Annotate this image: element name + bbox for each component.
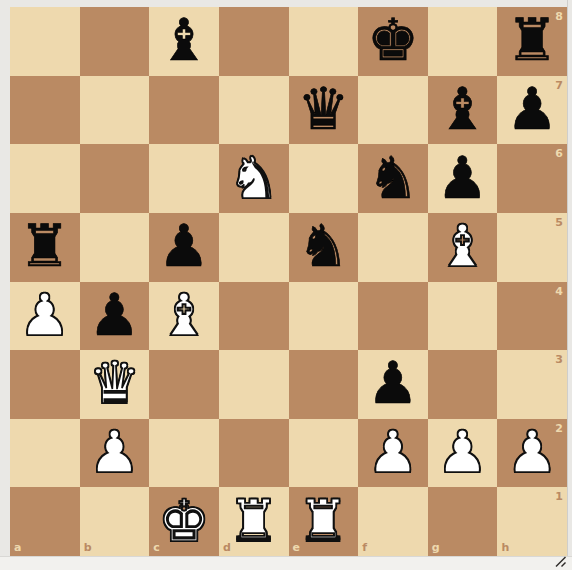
square-g7[interactable]: ♝ [428, 76, 498, 145]
square-g8[interactable] [428, 7, 498, 76]
file-label-g: g [432, 542, 440, 553]
square-a6[interactable] [10, 144, 80, 213]
square-f3[interactable]: ♟ [358, 350, 428, 419]
resize-handle[interactable] [553, 554, 567, 568]
window-margin-right [567, 0, 572, 556]
piece-white-pawn[interactable]: ♟ [437, 423, 489, 481]
square-f2[interactable]: ♟ [358, 419, 428, 488]
piece-black-pawn[interactable]: ♟ [506, 80, 558, 138]
square-d3[interactable] [219, 350, 289, 419]
square-h6[interactable]: 6 [497, 144, 567, 213]
square-g5[interactable]: ♝ [428, 213, 498, 282]
rank-label-2: 2 [555, 423, 563, 434]
square-c4[interactable]: ♝ [149, 282, 219, 351]
square-b8[interactable] [80, 7, 150, 76]
square-f4[interactable] [358, 282, 428, 351]
square-c7[interactable] [149, 76, 219, 145]
file-label-f: f [362, 542, 367, 553]
piece-white-bishop[interactable]: ♝ [158, 286, 210, 344]
piece-white-rook[interactable]: ♜ [297, 492, 349, 550]
square-a7[interactable] [10, 76, 80, 145]
rank-label-3: 3 [555, 354, 563, 365]
piece-black-knight[interactable]: ♞ [367, 149, 419, 207]
square-d7[interactable] [219, 76, 289, 145]
file-label-c: c [153, 542, 160, 553]
piece-black-pawn[interactable]: ♟ [158, 217, 210, 275]
piece-white-rook[interactable]: ♜ [228, 492, 280, 550]
piece-black-bishop[interactable]: ♝ [158, 11, 210, 69]
square-e3[interactable] [289, 350, 359, 419]
square-b1[interactable]: b [80, 487, 150, 556]
square-a5[interactable]: ♜ [10, 213, 80, 282]
square-a8[interactable] [10, 7, 80, 76]
square-b4[interactable]: ♟ [80, 282, 150, 351]
square-h1[interactable]: 1h [497, 487, 567, 556]
piece-black-pawn[interactable]: ♟ [88, 286, 140, 344]
square-h2[interactable]: ♟2 [497, 419, 567, 488]
file-label-b: b [84, 542, 92, 553]
square-h7[interactable]: ♟7 [497, 76, 567, 145]
square-d2[interactable] [219, 419, 289, 488]
square-f1[interactable]: f [358, 487, 428, 556]
square-d6[interactable]: ♞ [219, 144, 289, 213]
piece-white-pawn[interactable]: ♟ [19, 286, 71, 344]
piece-black-pawn[interactable]: ♟ [367, 354, 419, 412]
square-e2[interactable] [289, 419, 359, 488]
square-c8[interactable]: ♝ [149, 7, 219, 76]
piece-black-knight[interactable]: ♞ [297, 217, 349, 275]
square-c6[interactable] [149, 144, 219, 213]
square-b7[interactable] [80, 76, 150, 145]
square-h5[interactable]: 5 [497, 213, 567, 282]
square-a4[interactable]: ♟ [10, 282, 80, 351]
square-a2[interactable] [10, 419, 80, 488]
square-h4[interactable]: 4 [497, 282, 567, 351]
square-e6[interactable] [289, 144, 359, 213]
square-e4[interactable] [289, 282, 359, 351]
square-g3[interactable] [428, 350, 498, 419]
rank-label-4: 4 [555, 286, 563, 297]
rank-label-6: 6 [555, 148, 563, 159]
square-b3[interactable]: ♛ [80, 350, 150, 419]
square-g4[interactable] [428, 282, 498, 351]
square-h3[interactable]: 3 [497, 350, 567, 419]
square-c5[interactable]: ♟ [149, 213, 219, 282]
piece-white-pawn[interactable]: ♟ [367, 423, 419, 481]
piece-white-knight[interactable]: ♞ [228, 149, 280, 207]
piece-black-king[interactable]: ♚ [367, 11, 419, 69]
rank-label-5: 5 [555, 217, 563, 228]
square-a1[interactable]: a [10, 487, 80, 556]
square-g2[interactable]: ♟ [428, 419, 498, 488]
square-d4[interactable] [219, 282, 289, 351]
rank-label-1: 1 [555, 491, 563, 502]
square-c3[interactable] [149, 350, 219, 419]
piece-black-rook[interactable]: ♜ [506, 11, 558, 69]
square-b6[interactable] [80, 144, 150, 213]
rank-label-7: 7 [555, 80, 563, 91]
file-label-d: d [223, 542, 231, 553]
piece-white-pawn[interactable]: ♟ [506, 423, 558, 481]
square-d1[interactable]: ♜d [219, 487, 289, 556]
square-f6[interactable]: ♞ [358, 144, 428, 213]
square-b5[interactable] [80, 213, 150, 282]
piece-white-queen[interactable]: ♛ [88, 354, 140, 412]
window-margin-bottom [0, 556, 572, 570]
square-f7[interactable] [358, 76, 428, 145]
square-h8[interactable]: ♜8 [497, 7, 567, 76]
square-c1[interactable]: ♚c [149, 487, 219, 556]
file-label-a: a [14, 542, 21, 553]
piece-white-bishop[interactable]: ♝ [437, 217, 489, 275]
square-f5[interactable] [358, 213, 428, 282]
square-e1[interactable]: ♜e [289, 487, 359, 556]
chess-board[interactable]: ♝♚♜8♛♝♟7♞♞♟6♜♟♞♝5♟♟♝4♛♟3♟♟♟♟2ab♚c♜d♜efg1… [10, 7, 567, 556]
file-label-e: e [293, 542, 300, 553]
rank-label-8: 8 [555, 11, 563, 22]
square-e5[interactable]: ♞ [289, 213, 359, 282]
square-a3[interactable] [10, 350, 80, 419]
square-e8[interactable] [289, 7, 359, 76]
file-label-h: h [501, 542, 509, 553]
piece-black-rook[interactable]: ♜ [19, 217, 71, 275]
square-c2[interactable] [149, 419, 219, 488]
piece-black-queen[interactable]: ♛ [297, 80, 349, 138]
piece-black-bishop[interactable]: ♝ [437, 80, 489, 138]
square-g6[interactable]: ♟ [428, 144, 498, 213]
piece-white-king[interactable]: ♚ [158, 492, 210, 550]
square-g1[interactable]: g [428, 487, 498, 556]
square-b2[interactable]: ♟ [80, 419, 150, 488]
square-e7[interactable]: ♛ [289, 76, 359, 145]
square-d8[interactable] [219, 7, 289, 76]
piece-white-pawn[interactable]: ♟ [88, 423, 140, 481]
square-f8[interactable]: ♚ [358, 7, 428, 76]
piece-black-pawn[interactable]: ♟ [437, 149, 489, 207]
square-d5[interactable] [219, 213, 289, 282]
